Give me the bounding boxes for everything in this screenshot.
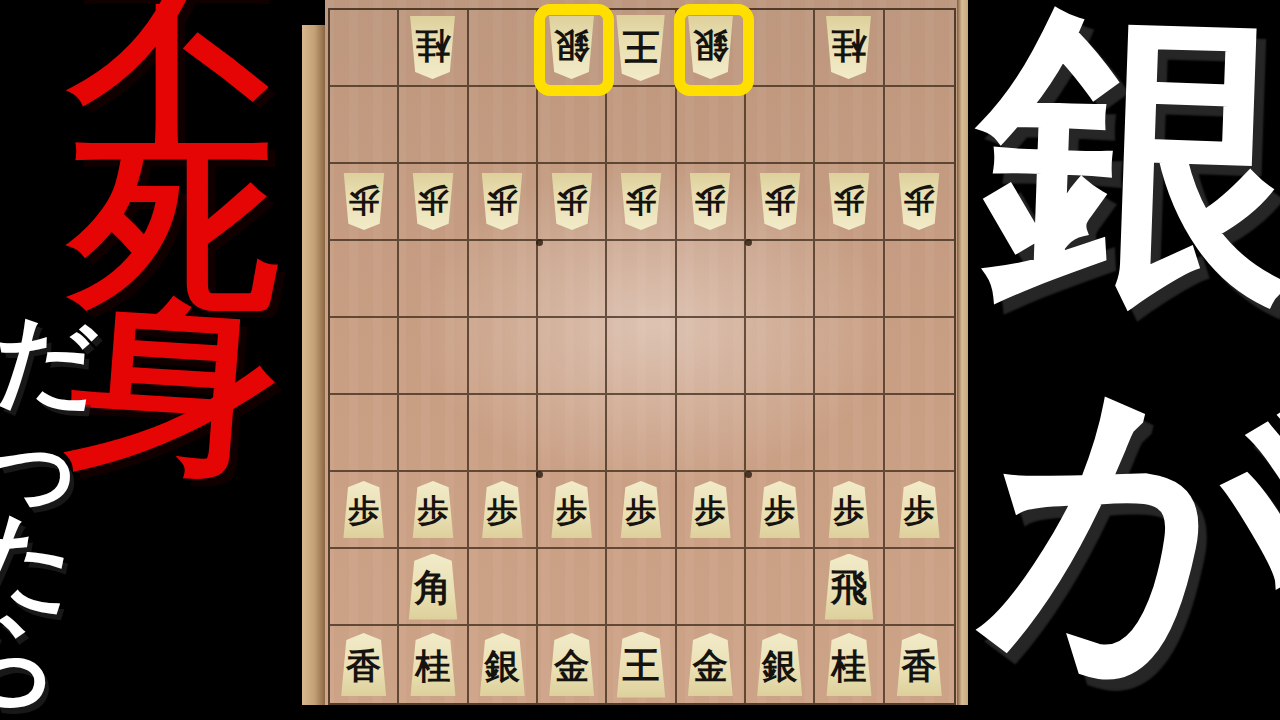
thumbnail-stage: 不 死 身 だ っ た ら 桂銀王銀桂歩歩歩歩歩歩歩歩歩歩歩歩歩歩歩歩歩歩角飛香… bbox=[0, 0, 1280, 720]
board-cell-1g[interactable]: 歩 bbox=[885, 472, 954, 549]
board-cell-8c[interactable]: 歩 bbox=[399, 164, 468, 241]
title-white-right-char: が bbox=[967, 319, 1280, 720]
piece-king-sente: 王 bbox=[613, 632, 668, 698]
piece-lance-sente: 香 bbox=[894, 633, 945, 696]
piece-pawn-sente: 歩 bbox=[687, 481, 733, 538]
board-cell-6e[interactable] bbox=[538, 318, 607, 395]
board-cell-2a[interactable]: 桂 bbox=[815, 10, 884, 87]
title-white-right-vertical: 銀 が bbox=[977, 0, 1280, 703]
piece-pawn-sente: 歩 bbox=[410, 481, 456, 538]
board-cell-3i[interactable]: 銀 bbox=[746, 626, 815, 703]
board-cell-3h[interactable] bbox=[746, 549, 815, 626]
piece-knight-sente: 桂 bbox=[823, 633, 874, 696]
shogi-board: 桂銀王銀桂歩歩歩歩歩歩歩歩歩歩歩歩歩歩歩歩歩歩角飛香桂銀金王金銀桂香 bbox=[325, 0, 957, 705]
board-cell-1a[interactable] bbox=[885, 10, 954, 87]
board-cell-8d[interactable] bbox=[399, 241, 468, 318]
highlight-box bbox=[674, 4, 754, 96]
board-cell-5b[interactable] bbox=[607, 87, 676, 164]
piece-pawn-gote: 歩 bbox=[479, 173, 525, 230]
board-cell-7b[interactable] bbox=[469, 87, 538, 164]
board-cell-4d[interactable] bbox=[677, 241, 746, 318]
piece-silver-sente: 銀 bbox=[754, 633, 805, 696]
piece-bishop-sente: 角 bbox=[405, 554, 460, 620]
board-cell-6f[interactable] bbox=[538, 395, 607, 472]
board-cell-8f[interactable] bbox=[399, 395, 468, 472]
highlight-box bbox=[534, 4, 614, 96]
piece-pawn-sente: 歩 bbox=[549, 481, 595, 538]
title-white-left-char: ら bbox=[0, 600, 76, 719]
board-cell-7e[interactable] bbox=[469, 318, 538, 395]
title-white-left-vertical: だ っ た ら bbox=[0, 306, 103, 715]
board-cell-2f[interactable] bbox=[815, 395, 884, 472]
board-cell-8g[interactable]: 歩 bbox=[399, 472, 468, 549]
title-white-left-char: た bbox=[0, 503, 84, 618]
piece-pawn-sente: 歩 bbox=[479, 481, 525, 538]
board-cell-9i[interactable]: 香 bbox=[330, 626, 399, 703]
board-cell-7a[interactable] bbox=[469, 10, 538, 87]
piece-pawn-sente: 歩 bbox=[618, 481, 664, 538]
board-cell-5a[interactable]: 王 bbox=[607, 10, 676, 87]
board-cell-7f[interactable] bbox=[469, 395, 538, 472]
board-cell-9a[interactable] bbox=[330, 10, 399, 87]
piece-knight-gote: 桂 bbox=[407, 16, 458, 79]
board-cell-5g[interactable]: 歩 bbox=[607, 472, 676, 549]
title-white-right-char: 銀 bbox=[974, 0, 1280, 343]
piece-pawn-gote: 歩 bbox=[410, 173, 456, 230]
piece-pawn-gote: 歩 bbox=[896, 173, 942, 230]
title-red-vertical: 不 死 身 bbox=[70, 0, 278, 469]
board-cell-8e[interactable] bbox=[399, 318, 468, 395]
piece-knight-sente: 桂 bbox=[407, 633, 458, 696]
board-cell-3b[interactable] bbox=[746, 87, 815, 164]
board-cell-2c[interactable]: 歩 bbox=[815, 164, 884, 241]
board-cell-4g[interactable]: 歩 bbox=[677, 472, 746, 549]
board-cell-9e[interactable] bbox=[330, 318, 399, 395]
board-cell-2b[interactable] bbox=[815, 87, 884, 164]
board-cell-6b[interactable] bbox=[538, 87, 607, 164]
board-grid: 桂銀王銀桂歩歩歩歩歩歩歩歩歩歩歩歩歩歩歩歩歩歩角飛香桂銀金王金銀桂香 bbox=[328, 8, 956, 705]
board-cell-5h[interactable] bbox=[607, 549, 676, 626]
board-cell-2i[interactable]: 桂 bbox=[815, 626, 884, 703]
piece-pawn-gote: 歩 bbox=[757, 173, 803, 230]
board-cell-4c[interactable]: 歩 bbox=[677, 164, 746, 241]
board-cell-4e[interactable] bbox=[677, 318, 746, 395]
piece-lance-sente: 香 bbox=[338, 633, 389, 696]
board-cell-2e[interactable] bbox=[815, 318, 884, 395]
piece-pawn-sente: 歩 bbox=[826, 481, 872, 538]
board-cell-9b[interactable] bbox=[330, 87, 399, 164]
board-cell-7g[interactable]: 歩 bbox=[469, 472, 538, 549]
board-cell-7c[interactable]: 歩 bbox=[469, 164, 538, 241]
board-cell-3a[interactable] bbox=[746, 10, 815, 87]
star-point bbox=[745, 239, 752, 246]
piece-silver-sente: 銀 bbox=[477, 633, 528, 696]
piece-gold-sente: 金 bbox=[546, 633, 597, 696]
board-cell-8i[interactable]: 桂 bbox=[399, 626, 468, 703]
board-cell-5e[interactable] bbox=[607, 318, 676, 395]
piece-king-gote: 王 bbox=[613, 15, 668, 81]
piece-pawn-gote: 歩 bbox=[341, 173, 387, 230]
piece-pawn-sente: 歩 bbox=[757, 481, 803, 538]
board-cell-5d[interactable] bbox=[607, 241, 676, 318]
piece-pawn-gote: 歩 bbox=[618, 173, 664, 230]
title-white-left-char: っ bbox=[0, 405, 92, 515]
board-cell-1e[interactable] bbox=[885, 318, 954, 395]
board-cell-3g[interactable]: 歩 bbox=[746, 472, 815, 549]
board-cell-9c[interactable]: 歩 bbox=[330, 164, 399, 241]
board-cell-6d[interactable] bbox=[538, 241, 607, 318]
board-cell-1f[interactable] bbox=[885, 395, 954, 472]
board-cell-6c[interactable]: 歩 bbox=[538, 164, 607, 241]
piece-knight-gote: 桂 bbox=[823, 16, 874, 79]
board-cell-6g[interactable]: 歩 bbox=[538, 472, 607, 549]
star-point bbox=[536, 471, 543, 478]
board-cell-8a[interactable]: 桂 bbox=[399, 10, 468, 87]
board-cell-2g[interactable]: 歩 bbox=[815, 472, 884, 549]
board-cell-4i[interactable]: 金 bbox=[677, 626, 746, 703]
board-cell-9d[interactable] bbox=[330, 241, 399, 318]
board-cell-7d[interactable] bbox=[469, 241, 538, 318]
board-cell-8h[interactable]: 角 bbox=[399, 549, 468, 626]
piece-pawn-sente: 歩 bbox=[896, 481, 942, 538]
star-point bbox=[536, 239, 543, 246]
piece-gold-sente: 金 bbox=[685, 633, 736, 696]
board-cell-7h[interactable] bbox=[469, 549, 538, 626]
board-cell-5c[interactable]: 歩 bbox=[607, 164, 676, 241]
board-cell-3c[interactable]: 歩 bbox=[746, 164, 815, 241]
board-cell-5i[interactable]: 王 bbox=[607, 626, 676, 703]
board-cell-1h[interactable] bbox=[885, 549, 954, 626]
board-cell-3e[interactable] bbox=[746, 318, 815, 395]
board-cell-4b[interactable] bbox=[677, 87, 746, 164]
board-cell-2h[interactable]: 飛 bbox=[815, 549, 884, 626]
board-cell-1i[interactable]: 香 bbox=[885, 626, 954, 703]
board-cell-6h[interactable] bbox=[538, 549, 607, 626]
board-cell-3d[interactable] bbox=[746, 241, 815, 318]
board-cell-5f[interactable] bbox=[607, 395, 676, 472]
board-cell-2d[interactable] bbox=[815, 241, 884, 318]
board-cell-7i[interactable]: 銀 bbox=[469, 626, 538, 703]
board-cell-8b[interactable] bbox=[399, 87, 468, 164]
board-side-edge-right bbox=[957, 0, 968, 705]
board-side-edge-left bbox=[302, 25, 325, 705]
board-cell-4h[interactable] bbox=[677, 549, 746, 626]
piece-pawn-sente: 歩 bbox=[341, 481, 387, 538]
piece-pawn-gote: 歩 bbox=[826, 173, 872, 230]
board-cell-6i[interactable]: 金 bbox=[538, 626, 607, 703]
piece-pawn-gote: 歩 bbox=[687, 173, 733, 230]
board-cell-1b[interactable] bbox=[885, 87, 954, 164]
board-cell-9f[interactable] bbox=[330, 395, 399, 472]
board-cell-9g[interactable]: 歩 bbox=[330, 472, 399, 549]
piece-pawn-gote: 歩 bbox=[549, 173, 595, 230]
piece-rook-sente: 飛 bbox=[821, 554, 876, 620]
board-cell-1d[interactable] bbox=[885, 241, 954, 318]
board-cell-1c[interactable]: 歩 bbox=[885, 164, 954, 241]
board-cell-4f[interactable] bbox=[677, 395, 746, 472]
title-white-left-char: だ bbox=[0, 309, 100, 413]
board-cell-3f[interactable] bbox=[746, 395, 815, 472]
board-cell-9h[interactable] bbox=[330, 549, 399, 626]
